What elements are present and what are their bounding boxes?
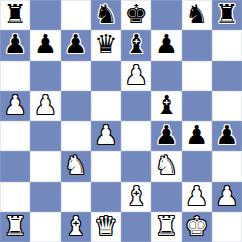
square-b5[interactable]: ♟ bbox=[30, 91, 60, 121]
white-pawn-piece[interactable]: ♟ bbox=[94, 122, 117, 148]
square-a6[interactable] bbox=[0, 61, 30, 91]
black-pawn-piece[interactable]: ♟ bbox=[155, 31, 178, 57]
square-a7[interactable]: ♟ bbox=[0, 30, 30, 60]
square-c1[interactable]: ♝ bbox=[61, 212, 91, 242]
square-b2[interactable] bbox=[30, 182, 60, 212]
square-f8[interactable] bbox=[151, 0, 181, 30]
black-pawn-piece[interactable]: ♟ bbox=[3, 31, 26, 57]
square-c5[interactable] bbox=[61, 91, 91, 121]
white-pawn-piece[interactable]: ♟ bbox=[215, 183, 238, 209]
square-c7[interactable]: ♟ bbox=[61, 30, 91, 60]
square-e6[interactable]: ♟ bbox=[121, 61, 151, 91]
black-pawn-piece[interactable]: ♟ bbox=[34, 31, 57, 57]
square-e2[interactable]: ♝ bbox=[121, 182, 151, 212]
square-h4[interactable]: ♟ bbox=[212, 121, 242, 151]
square-f5[interactable]: ♝ bbox=[151, 91, 181, 121]
square-e3[interactable] bbox=[121, 151, 151, 181]
black-pawn-piece[interactable]: ♟ bbox=[185, 122, 208, 148]
square-d2[interactable] bbox=[91, 182, 121, 212]
square-f6[interactable] bbox=[151, 61, 181, 91]
white-pawn-piece[interactable]: ♟ bbox=[185, 183, 208, 209]
black-queen-piece[interactable]: ♛ bbox=[94, 31, 117, 57]
square-c6[interactable] bbox=[61, 61, 91, 91]
black-knight-piece[interactable]: ♞ bbox=[94, 1, 117, 27]
white-rook-piece[interactable]: ♜ bbox=[155, 213, 178, 239]
square-b4[interactable] bbox=[30, 121, 60, 151]
black-rook-piece[interactable]: ♜ bbox=[215, 1, 238, 27]
white-knight-piece[interactable]: ♞ bbox=[64, 152, 87, 178]
square-a2[interactable] bbox=[0, 182, 30, 212]
white-bishop-piece[interactable]: ♝ bbox=[124, 183, 147, 209]
square-e5[interactable] bbox=[121, 91, 151, 121]
white-knight-piece[interactable]: ♞ bbox=[155, 152, 178, 178]
square-c8[interactable] bbox=[61, 0, 91, 30]
square-d7[interactable]: ♛ bbox=[91, 30, 121, 60]
square-e1[interactable] bbox=[121, 212, 151, 242]
square-d6[interactable] bbox=[91, 61, 121, 91]
chess-board: ♜♞♚♞♜♟♟♟♛♝♟♟♟♟♝♟♟♟♟♞♞♝♟♟♜♝♛♜♚ bbox=[0, 0, 242, 242]
square-c3[interactable]: ♞ bbox=[61, 151, 91, 181]
white-rook-piece[interactable]: ♜ bbox=[3, 213, 26, 239]
white-bishop-piece[interactable]: ♝ bbox=[64, 213, 87, 239]
square-g3[interactable] bbox=[182, 151, 212, 181]
black-knight-piece[interactable]: ♞ bbox=[185, 1, 208, 27]
square-g2[interactable]: ♟ bbox=[182, 182, 212, 212]
black-pawn-piece[interactable]: ♟ bbox=[215, 122, 238, 148]
black-bishop-piece[interactable]: ♝ bbox=[124, 31, 147, 57]
square-f3[interactable]: ♞ bbox=[151, 151, 181, 181]
square-g8[interactable]: ♞ bbox=[182, 0, 212, 30]
black-rook-piece[interactable]: ♜ bbox=[3, 1, 26, 27]
square-g5[interactable] bbox=[182, 91, 212, 121]
square-d8[interactable]: ♞ bbox=[91, 0, 121, 30]
square-h7[interactable] bbox=[212, 30, 242, 60]
square-a1[interactable]: ♜ bbox=[0, 212, 30, 242]
square-b8[interactable] bbox=[30, 0, 60, 30]
square-a4[interactable] bbox=[0, 121, 30, 151]
square-f1[interactable]: ♜ bbox=[151, 212, 181, 242]
square-g1[interactable]: ♚ bbox=[182, 212, 212, 242]
square-b1[interactable] bbox=[30, 212, 60, 242]
square-d3[interactable] bbox=[91, 151, 121, 181]
square-h2[interactable]: ♟ bbox=[212, 182, 242, 212]
square-d1[interactable]: ♛ bbox=[91, 212, 121, 242]
square-c2[interactable] bbox=[61, 182, 91, 212]
square-c4[interactable] bbox=[61, 121, 91, 151]
square-d4[interactable]: ♟ bbox=[91, 121, 121, 151]
square-e4[interactable] bbox=[121, 121, 151, 151]
square-h3[interactable] bbox=[212, 151, 242, 181]
square-a3[interactable] bbox=[0, 151, 30, 181]
square-b7[interactable]: ♟ bbox=[30, 30, 60, 60]
white-queen-piece[interactable]: ♛ bbox=[94, 213, 117, 239]
square-f7[interactable]: ♟ bbox=[151, 30, 181, 60]
square-b3[interactable] bbox=[30, 151, 60, 181]
square-h6[interactable] bbox=[212, 61, 242, 91]
square-e8[interactable]: ♚ bbox=[121, 0, 151, 30]
white-pawn-piece[interactable]: ♟ bbox=[124, 62, 147, 88]
white-pawn-piece[interactable]: ♟ bbox=[34, 92, 57, 118]
square-h5[interactable] bbox=[212, 91, 242, 121]
square-h1[interactable] bbox=[212, 212, 242, 242]
square-h8[interactable]: ♜ bbox=[212, 0, 242, 30]
square-b6[interactable] bbox=[30, 61, 60, 91]
black-king-piece[interactable]: ♚ bbox=[124, 1, 147, 27]
square-g4[interactable]: ♟ bbox=[182, 121, 212, 151]
white-king-piece[interactable]: ♚ bbox=[185, 213, 208, 239]
square-e7[interactable]: ♝ bbox=[121, 30, 151, 60]
square-g7[interactable] bbox=[182, 30, 212, 60]
square-g6[interactable] bbox=[182, 61, 212, 91]
square-a5[interactable]: ♟ bbox=[0, 91, 30, 121]
square-f2[interactable] bbox=[151, 182, 181, 212]
black-pawn-piece[interactable]: ♟ bbox=[155, 122, 178, 148]
black-pawn-piece[interactable]: ♟ bbox=[64, 31, 87, 57]
black-bishop-piece[interactable]: ♝ bbox=[155, 92, 178, 118]
square-f4[interactable]: ♟ bbox=[151, 121, 181, 151]
square-a8[interactable]: ♜ bbox=[0, 0, 30, 30]
white-pawn-piece[interactable]: ♟ bbox=[3, 92, 26, 118]
square-d5[interactable] bbox=[91, 91, 121, 121]
